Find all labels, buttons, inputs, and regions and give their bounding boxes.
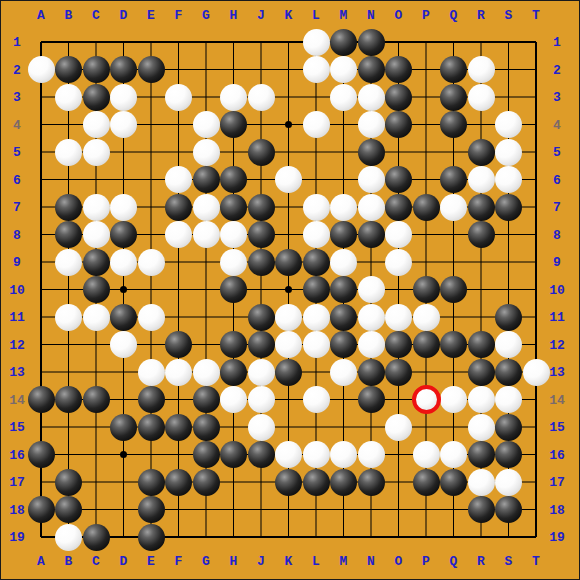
stone-white-B3[interactable] [55,84,82,111]
row-label-right-6: 6 [553,173,561,186]
stone-white-M2[interactable] [330,56,357,83]
stone-white-B5[interactable] [55,139,82,166]
stone-black-P12[interactable] [413,331,440,358]
stone-white-N11[interactable] [358,304,385,331]
col-label-bottom-O: O [395,555,403,568]
stone-black-C2[interactable] [83,56,110,83]
stone-black-S15[interactable] [495,414,522,441]
stone-black-B17[interactable] [55,469,82,496]
stone-white-H14[interactable] [220,386,247,413]
stone-black-M17[interactable] [330,469,357,496]
stone-black-J8[interactable] [248,221,275,248]
col-label-bottom-M: M [340,555,348,568]
stone-white-K16[interactable] [275,441,302,468]
stone-white-M9[interactable] [330,249,357,276]
stone-white-S4[interactable] [495,111,522,138]
row-label-right-10: 10 [549,283,565,296]
row-label-left-7: 7 [13,201,21,214]
stone-white-B19[interactable] [55,524,82,551]
stone-white-G4[interactable] [193,111,220,138]
stone-white-K6[interactable] [275,166,302,193]
stone-white-K12[interactable] [275,331,302,358]
stone-black-N5[interactable] [358,139,385,166]
col-label-top-N: N [367,9,375,22]
stone-black-A14[interactable] [28,386,55,413]
stone-black-N13[interactable] [358,359,385,386]
row-label-right-9: 9 [553,256,561,269]
stone-black-J7[interactable] [248,194,275,221]
stone-white-Q7[interactable] [440,194,467,221]
stone-black-A18[interactable] [28,496,55,523]
stone-black-K17[interactable] [275,469,302,496]
stone-white-F13[interactable] [165,359,192,386]
stone-white-C11[interactable] [83,304,110,331]
stone-black-C14[interactable] [83,386,110,413]
stone-white-R6[interactable] [468,166,495,193]
col-label-top-Q: Q [450,9,458,22]
stone-white-R2[interactable] [468,56,495,83]
stone-black-M12[interactable] [330,331,357,358]
col-label-bottom-H: H [230,555,238,568]
stone-black-Q4[interactable] [440,111,467,138]
row-label-right-14: 14 [549,393,565,406]
stone-black-O6[interactable] [385,166,412,193]
col-label-top-J: J [257,9,265,22]
stone-white-L11[interactable] [303,304,330,331]
stone-white-Q14[interactable] [440,386,467,413]
col-label-top-C: C [92,9,100,22]
stone-black-S11[interactable] [495,304,522,331]
stone-black-G16[interactable] [193,441,220,468]
stone-white-C4[interactable] [83,111,110,138]
stone-white-B11[interactable] [55,304,82,331]
stone-white-E9[interactable] [138,249,165,276]
row-label-left-10: 10 [9,283,25,296]
col-label-bottom-J: J [257,555,265,568]
stone-black-R7[interactable] [468,194,495,221]
stone-black-S18[interactable] [495,496,522,523]
stone-black-Q12[interactable] [440,331,467,358]
stone-black-O3[interactable] [385,84,412,111]
stone-white-J3[interactable] [248,84,275,111]
row-label-right-15: 15 [549,421,565,434]
stone-white-N7[interactable] [358,194,385,221]
stone-white-S6[interactable] [495,166,522,193]
stone-white-S14[interactable] [495,386,522,413]
row-label-right-3: 3 [553,91,561,104]
stone-white-T13[interactable] [523,359,550,386]
row-label-right-16: 16 [549,448,565,461]
stone-black-D11[interactable] [110,304,137,331]
stone-white-L1[interactable] [303,29,330,56]
stone-black-S13[interactable] [495,359,522,386]
stone-black-C10[interactable] [83,276,110,303]
last-move-marker [412,385,441,414]
stone-white-L12[interactable] [303,331,330,358]
stone-black-L10[interactable] [303,276,330,303]
stone-white-G8[interactable] [193,221,220,248]
stone-white-E11[interactable] [138,304,165,331]
row-label-left-8: 8 [13,228,21,241]
col-label-bottom-B: B [65,555,73,568]
col-label-top-E: E [147,9,155,22]
stone-black-M10[interactable] [330,276,357,303]
row-label-left-11: 11 [9,311,25,324]
hoshi-point-D10 [120,286,127,293]
row-label-left-2: 2 [13,63,21,76]
stone-black-F7[interactable] [165,194,192,221]
stone-black-J16[interactable] [248,441,275,468]
stone-white-M7[interactable] [330,194,357,221]
stone-black-L17[interactable] [303,469,330,496]
stone-black-L9[interactable] [303,249,330,276]
stone-black-R13[interactable] [468,359,495,386]
row-label-right-18: 18 [549,503,565,516]
stone-white-F8[interactable] [165,221,192,248]
stone-black-B14[interactable] [55,386,82,413]
go-board[interactable]: AABBCCDDEEFFGGHHJJKKLLMMNNOOPPQQRRSSTT11… [0,0,580,580]
col-label-bottom-D: D [120,555,128,568]
stone-white-M13[interactable] [330,359,357,386]
stone-white-H8[interactable] [220,221,247,248]
row-label-right-12: 12 [549,338,565,351]
stone-black-E14[interactable] [138,386,165,413]
stone-white-D4[interactable] [110,111,137,138]
col-label-top-B: B [65,9,73,22]
stone-white-G13[interactable] [193,359,220,386]
row-label-left-1: 1 [13,36,21,49]
stone-white-A2[interactable] [28,56,55,83]
stone-white-P11[interactable] [413,304,440,331]
row-label-left-9: 9 [13,256,21,269]
stone-black-P17[interactable] [413,469,440,496]
stone-black-B7[interactable] [55,194,82,221]
stone-black-E17[interactable] [138,469,165,496]
stone-white-R14[interactable] [468,386,495,413]
stone-black-O13[interactable] [385,359,412,386]
stone-black-H12[interactable] [220,331,247,358]
stone-white-D12[interactable] [110,331,137,358]
stone-black-B18[interactable] [55,496,82,523]
stone-white-J14[interactable] [248,386,275,413]
col-label-top-F: F [175,9,183,22]
stone-white-Q16[interactable] [440,441,467,468]
col-label-bottom-T: T [532,555,540,568]
row-label-right-19: 19 [549,531,565,544]
hoshi-point-K4 [285,121,292,128]
col-label-bottom-F: F [175,555,183,568]
row-label-left-14: 14 [9,393,25,406]
stone-black-G14[interactable] [193,386,220,413]
col-label-bottom-N: N [367,555,375,568]
stone-black-J9[interactable] [248,249,275,276]
stone-black-H6[interactable] [220,166,247,193]
stone-black-O7[interactable] [385,194,412,221]
row-label-right-1: 1 [553,36,561,49]
col-label-bottom-E: E [147,555,155,568]
row-label-left-5: 5 [13,146,21,159]
stone-black-P10[interactable] [413,276,440,303]
stone-black-D15[interactable] [110,414,137,441]
stone-white-O8[interactable] [385,221,412,248]
stone-white-R17[interactable] [468,469,495,496]
row-label-right-7: 7 [553,201,561,214]
stone-black-P7[interactable] [413,194,440,221]
stone-white-N3[interactable] [358,84,385,111]
stone-black-Q3[interactable] [440,84,467,111]
stone-black-H10[interactable] [220,276,247,303]
stone-black-E18[interactable] [138,496,165,523]
row-label-left-12: 12 [9,338,25,351]
row-label-left-4: 4 [13,118,21,131]
stone-black-F12[interactable] [165,331,192,358]
col-label-bottom-Q: Q [450,555,458,568]
stone-black-D2[interactable] [110,56,137,83]
stone-black-F15[interactable] [165,414,192,441]
col-label-top-M: M [340,9,348,22]
stone-black-N14[interactable] [358,386,385,413]
stone-white-C8[interactable] [83,221,110,248]
col-label-top-R: R [477,9,485,22]
row-label-left-15: 15 [9,421,25,434]
stone-black-S7[interactable] [495,194,522,221]
stone-white-O11[interactable] [385,304,412,331]
stone-white-R3[interactable] [468,84,495,111]
stone-white-S17[interactable] [495,469,522,496]
stone-black-J5[interactable] [248,139,275,166]
stone-black-O2[interactable] [385,56,412,83]
stone-black-C3[interactable] [83,84,110,111]
stone-white-F3[interactable] [165,84,192,111]
col-label-top-H: H [230,9,238,22]
stone-white-G5[interactable] [193,139,220,166]
stone-black-J12[interactable] [248,331,275,358]
col-label-top-K: K [285,9,293,22]
stone-white-E13[interactable] [138,359,165,386]
stone-white-D3[interactable] [110,84,137,111]
row-label-left-13: 13 [9,366,25,379]
stone-white-N12[interactable] [358,331,385,358]
stone-black-R5[interactable] [468,139,495,166]
stone-black-K13[interactable] [275,359,302,386]
col-label-top-D: D [120,9,128,22]
stone-black-R16[interactable] [468,441,495,468]
stone-black-B2[interactable] [55,56,82,83]
stone-black-E15[interactable] [138,414,165,441]
stone-white-J15[interactable] [248,414,275,441]
stone-white-K11[interactable] [275,304,302,331]
row-label-left-16: 16 [9,448,25,461]
stone-white-L14[interactable] [303,386,330,413]
stone-black-M11[interactable] [330,304,357,331]
row-label-left-6: 6 [13,173,21,186]
col-label-bottom-A: A [37,555,45,568]
stone-white-H3[interactable] [220,84,247,111]
stone-black-H7[interactable] [220,194,247,221]
stone-black-J11[interactable] [248,304,275,331]
stone-black-G6[interactable] [193,166,220,193]
row-label-right-2: 2 [553,63,561,76]
stone-white-J13[interactable] [248,359,275,386]
row-label-right-5: 5 [553,146,561,159]
col-label-bottom-L: L [312,555,320,568]
stone-black-N17[interactable] [358,469,385,496]
stone-white-O9[interactable] [385,249,412,276]
stone-black-F17[interactable] [165,469,192,496]
stone-black-G17[interactable] [193,469,220,496]
col-label-top-A: A [37,9,45,22]
col-label-top-G: G [202,9,210,22]
stone-black-A16[interactable] [28,441,55,468]
stone-black-O12[interactable] [385,331,412,358]
stone-white-M16[interactable] [330,441,357,468]
col-label-top-L: L [312,9,320,22]
stone-black-G15[interactable] [193,414,220,441]
stone-white-N16[interactable] [358,441,385,468]
stone-white-G7[interactable] [193,194,220,221]
stone-black-M8[interactable] [330,221,357,248]
stone-black-H4[interactable] [220,111,247,138]
stone-black-R18[interactable] [468,496,495,523]
stone-white-L16[interactable] [303,441,330,468]
stone-black-N8[interactable] [358,221,385,248]
row-label-left-19: 19 [9,531,25,544]
stone-white-L2[interactable] [303,56,330,83]
stone-white-P16[interactable] [413,441,440,468]
col-label-top-S: S [505,9,513,22]
col-label-bottom-S: S [505,555,513,568]
stone-black-H13[interactable] [220,359,247,386]
stone-black-N1[interactable] [358,29,385,56]
stone-white-S12[interactable] [495,331,522,358]
stone-black-O4[interactable] [385,111,412,138]
stone-black-K9[interactable] [275,249,302,276]
stone-white-R15[interactable] [468,414,495,441]
stone-black-Q10[interactable] [440,276,467,303]
col-label-bottom-K: K [285,555,293,568]
col-label-top-T: T [532,9,540,22]
col-label-top-P: P [422,9,430,22]
stone-white-M3[interactable] [330,84,357,111]
hoshi-point-K10 [285,286,292,293]
col-label-bottom-P: P [422,555,430,568]
col-label-bottom-R: R [477,555,485,568]
row-label-right-11: 11 [549,311,565,324]
stone-white-N6[interactable] [358,166,385,193]
stone-white-S5[interactable] [495,139,522,166]
stone-black-M1[interactable] [330,29,357,56]
stone-black-D8[interactable] [110,221,137,248]
row-label-right-8: 8 [553,228,561,241]
stone-white-L4[interactable] [303,111,330,138]
stone-black-C19[interactable] [83,524,110,551]
stone-black-N2[interactable] [358,56,385,83]
stone-black-S16[interactable] [495,441,522,468]
hoshi-point-D16 [120,451,127,458]
stone-black-E2[interactable] [138,56,165,83]
stone-black-B8[interactable] [55,221,82,248]
stone-white-D7[interactable] [110,194,137,221]
stone-white-H9[interactable] [220,249,247,276]
stone-black-R12[interactable] [468,331,495,358]
stone-white-C7[interactable] [83,194,110,221]
stone-white-D9[interactable] [110,249,137,276]
stone-white-B9[interactable] [55,249,82,276]
stone-black-R8[interactable] [468,221,495,248]
stone-black-C9[interactable] [83,249,110,276]
stone-white-N4[interactable] [358,111,385,138]
stone-black-Q17[interactable] [440,469,467,496]
stone-black-Q2[interactable] [440,56,467,83]
col-label-bottom-C: C [92,555,100,568]
stone-white-C5[interactable] [83,139,110,166]
stone-black-H16[interactable] [220,441,247,468]
stone-black-Q6[interactable] [440,166,467,193]
row-label-right-17: 17 [549,476,565,489]
stone-white-L8[interactable] [303,221,330,248]
stone-white-O15[interactable] [385,414,412,441]
stone-white-F6[interactable] [165,166,192,193]
row-label-left-3: 3 [13,91,21,104]
stone-white-L7[interactable] [303,194,330,221]
row-label-left-17: 17 [9,476,25,489]
row-label-right-13: 13 [549,366,565,379]
row-label-left-18: 18 [9,503,25,516]
col-label-bottom-G: G [202,555,210,568]
col-label-top-O: O [395,9,403,22]
stone-black-E19[interactable] [138,524,165,551]
row-label-right-4: 4 [553,118,561,131]
stone-white-N10[interactable] [358,276,385,303]
